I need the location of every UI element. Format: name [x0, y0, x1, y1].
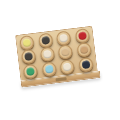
cylinder-r3c4-navy[interactable]: [78, 57, 94, 73]
felt-top-cream: [59, 34, 68, 43]
recess-r3c1: [21, 63, 41, 79]
cylinder-r3c3-cream[interactable]: [60, 59, 76, 75]
wooden-tray: [15, 25, 101, 87]
felt-top-cream: [43, 50, 52, 59]
felt-top-light-blue: [45, 65, 54, 74]
recess-r3c4: [76, 56, 96, 72]
cylinder-r3c1-green[interactable]: [23, 63, 39, 79]
felt-top-dark-gray: [41, 36, 50, 45]
brand-stamp-logo: [55, 77, 66, 81]
cylinder-r3c2-light-blue[interactable]: [41, 61, 57, 77]
recess-r3c2: [39, 61, 59, 77]
felt-top-red: [78, 32, 87, 41]
felt-top-cream: [63, 62, 72, 71]
felt-top-green: [26, 67, 35, 76]
felt-top-dark-gray: [24, 53, 33, 62]
recess-r3c3: [57, 59, 77, 75]
felt-top-natural-dark: [80, 46, 89, 55]
felt-top-navy: [81, 60, 90, 69]
felt-top-natural: [61, 48, 70, 57]
photo-background: [0, 0, 120, 120]
felt-top-yellow: [23, 38, 32, 47]
